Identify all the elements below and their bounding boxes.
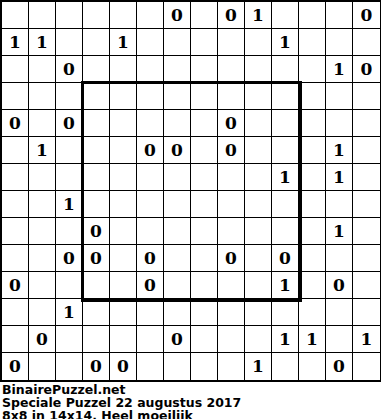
cell-r12c9[interactable] bbox=[245, 326, 272, 353]
cell-r10c4[interactable] bbox=[110, 272, 137, 299]
cell-r6c11[interactable] bbox=[299, 164, 326, 191]
cell-r11c9[interactable] bbox=[245, 299, 272, 326]
cell-r2c11[interactable] bbox=[299, 56, 326, 83]
cell-r2c12: 1 bbox=[326, 56, 353, 83]
cell-r0c6: 0 bbox=[164, 2, 191, 29]
cell-r4c12[interactable] bbox=[326, 110, 353, 137]
cell-r4c4[interactable] bbox=[110, 110, 137, 137]
cell-r11c3[interactable] bbox=[83, 299, 110, 326]
cell-r9c13[interactable] bbox=[353, 245, 380, 272]
cell-r9c10: 0 bbox=[272, 245, 299, 272]
cell-r5c3[interactable] bbox=[83, 137, 110, 164]
cell-r1c13[interactable] bbox=[353, 29, 380, 56]
cell-r12c6: 0 bbox=[164, 326, 191, 353]
cell-r1c3[interactable] bbox=[83, 29, 110, 56]
cell-r0c13: 0 bbox=[353, 2, 380, 29]
cell-r7c12[interactable] bbox=[326, 191, 353, 218]
cell-r13c3: 0 bbox=[83, 353, 110, 380]
cell-r10c8[interactable] bbox=[218, 272, 245, 299]
cell-r9c1[interactable] bbox=[29, 245, 56, 272]
cell-r13c10[interactable] bbox=[272, 353, 299, 380]
cell-r13c12: 0 bbox=[326, 353, 353, 380]
cell-r10c1[interactable] bbox=[29, 272, 56, 299]
cell-r5c13[interactable] bbox=[353, 137, 380, 164]
cell-r11c10[interactable] bbox=[272, 299, 299, 326]
cell-r3c12[interactable] bbox=[326, 83, 353, 110]
cell-r10c2[interactable] bbox=[56, 272, 83, 299]
cell-r12c0[interactable] bbox=[2, 326, 29, 353]
cell-r13c0: 0 bbox=[2, 353, 29, 380]
cell-r8c2[interactable] bbox=[56, 218, 83, 245]
cell-r11c7[interactable] bbox=[191, 299, 218, 326]
cell-r7c3[interactable] bbox=[83, 191, 110, 218]
cell-r11c8[interactable] bbox=[218, 299, 245, 326]
cell-r5c2[interactable] bbox=[56, 137, 83, 164]
cell-r4c13[interactable] bbox=[353, 110, 380, 137]
cell-r0c5[interactable] bbox=[137, 2, 164, 29]
puzzle-subtitle: 8x8 in 14x14, Heel moeilijk bbox=[2, 409, 381, 419]
cell-r12c3[interactable] bbox=[83, 326, 110, 353]
cell-r2c6[interactable] bbox=[164, 56, 191, 83]
cell-r8c9[interactable] bbox=[245, 218, 272, 245]
cell-r10c3[interactable] bbox=[83, 272, 110, 299]
cell-r9c12[interactable] bbox=[326, 245, 353, 272]
cell-r12c4[interactable] bbox=[110, 326, 137, 353]
page: 0010111101000010001111010000000101001110… bbox=[0, 0, 381, 419]
cell-r6c1[interactable] bbox=[29, 164, 56, 191]
cell-r0c0[interactable] bbox=[2, 2, 29, 29]
cell-r7c7[interactable] bbox=[191, 191, 218, 218]
cell-r1c2[interactable] bbox=[56, 29, 83, 56]
cell-r10c6[interactable] bbox=[164, 272, 191, 299]
cell-r7c5[interactable] bbox=[137, 191, 164, 218]
cell-r6c8[interactable] bbox=[218, 164, 245, 191]
cell-r5c11[interactable] bbox=[299, 137, 326, 164]
cell-r8c7[interactable] bbox=[191, 218, 218, 245]
cell-r2c5[interactable] bbox=[137, 56, 164, 83]
cell-r9c7[interactable] bbox=[191, 245, 218, 272]
cell-r1c0: 1 bbox=[2, 29, 29, 56]
cell-r9c2: 0 bbox=[56, 245, 83, 272]
cell-r8c8[interactable] bbox=[218, 218, 245, 245]
cell-r0c8: 0 bbox=[218, 2, 245, 29]
cell-r7c0[interactable] bbox=[2, 191, 29, 218]
cell-r6c9[interactable] bbox=[245, 164, 272, 191]
cell-r7c6[interactable] bbox=[164, 191, 191, 218]
cell-r10c7[interactable] bbox=[191, 272, 218, 299]
cell-r9c6[interactable] bbox=[164, 245, 191, 272]
cell-r11c0[interactable] bbox=[2, 299, 29, 326]
cell-r2c7[interactable] bbox=[191, 56, 218, 83]
cell-r3c5[interactable] bbox=[137, 83, 164, 110]
cell-r4c2: 0 bbox=[56, 110, 83, 137]
cell-r8c4[interactable] bbox=[110, 218, 137, 245]
cell-r4c7[interactable] bbox=[191, 110, 218, 137]
cell-r0c1[interactable] bbox=[29, 2, 56, 29]
cell-r5c1: 1 bbox=[29, 137, 56, 164]
cell-r9c0[interactable] bbox=[2, 245, 29, 272]
cell-r8c3: 0 bbox=[83, 218, 110, 245]
puzzle-grid: 0010111101000010001111010000000101001110… bbox=[0, 0, 381, 382]
cell-r10c12: 0 bbox=[326, 272, 353, 299]
cell-r0c3[interactable] bbox=[83, 2, 110, 29]
cell-r3c7[interactable] bbox=[191, 83, 218, 110]
cell-r8c13[interactable] bbox=[353, 218, 380, 245]
cell-r7c4[interactable] bbox=[110, 191, 137, 218]
cell-r6c4[interactable] bbox=[110, 164, 137, 191]
cell-r9c11[interactable] bbox=[299, 245, 326, 272]
cell-r5c7[interactable] bbox=[191, 137, 218, 164]
cell-r13c4: 0 bbox=[110, 353, 137, 380]
cell-r2c4[interactable] bbox=[110, 56, 137, 83]
cell-r13c8[interactable] bbox=[218, 353, 245, 380]
cell-r13c2[interactable] bbox=[56, 353, 83, 380]
cell-r6c5[interactable] bbox=[137, 164, 164, 191]
cell-r2c9[interactable] bbox=[245, 56, 272, 83]
cell-r0c4[interactable] bbox=[110, 2, 137, 29]
cell-r8c10[interactable] bbox=[272, 218, 299, 245]
cell-r4c8: 0 bbox=[218, 110, 245, 137]
cell-r2c3[interactable] bbox=[83, 56, 110, 83]
cell-r12c11: 1 bbox=[299, 326, 326, 353]
cell-r8c11[interactable] bbox=[299, 218, 326, 245]
cell-r7c13[interactable] bbox=[353, 191, 380, 218]
cell-r10c0: 0 bbox=[2, 272, 29, 299]
cell-r9c9[interactable] bbox=[245, 245, 272, 272]
cell-r4c6[interactable] bbox=[164, 110, 191, 137]
cell-r1c12[interactable] bbox=[326, 29, 353, 56]
cell-r12c2[interactable] bbox=[56, 326, 83, 353]
cell-r13c11[interactable] bbox=[299, 353, 326, 380]
cell-r3c2[interactable] bbox=[56, 83, 83, 110]
cell-r6c0[interactable] bbox=[2, 164, 29, 191]
cell-r5c9[interactable] bbox=[245, 137, 272, 164]
cell-r13c6[interactable] bbox=[164, 353, 191, 380]
cell-r0c12[interactable] bbox=[326, 2, 353, 29]
cell-r6c13[interactable] bbox=[353, 164, 380, 191]
cell-r7c8[interactable] bbox=[218, 191, 245, 218]
cell-r0c7[interactable] bbox=[191, 2, 218, 29]
cell-r6c6[interactable] bbox=[164, 164, 191, 191]
cell-r7c10[interactable] bbox=[272, 191, 299, 218]
cell-r13c9: 1 bbox=[245, 353, 272, 380]
cell-r7c1[interactable] bbox=[29, 191, 56, 218]
cell-r13c5[interactable] bbox=[137, 353, 164, 380]
cell-r8c6[interactable] bbox=[164, 218, 191, 245]
cell-r2c8[interactable] bbox=[218, 56, 245, 83]
cell-r12c13: 1 bbox=[353, 326, 380, 353]
cell-r1c1: 1 bbox=[29, 29, 56, 56]
cell-r11c11[interactable] bbox=[299, 299, 326, 326]
cell-r2c0[interactable] bbox=[2, 56, 29, 83]
cell-r10c11[interactable] bbox=[299, 272, 326, 299]
cell-r6c2[interactable] bbox=[56, 164, 83, 191]
cell-r1c10: 1 bbox=[272, 29, 299, 56]
cell-r3c4[interactable] bbox=[110, 83, 137, 110]
cell-r7c9[interactable] bbox=[245, 191, 272, 218]
cell-r6c3[interactable] bbox=[83, 164, 110, 191]
cell-r3c11[interactable] bbox=[299, 83, 326, 110]
cell-r6c10: 1 bbox=[272, 164, 299, 191]
cell-r6c7[interactable] bbox=[191, 164, 218, 191]
cell-r0c9: 1 bbox=[245, 2, 272, 29]
cell-r1c6[interactable] bbox=[164, 29, 191, 56]
cell-r3c10[interactable] bbox=[272, 83, 299, 110]
cell-r12c12[interactable] bbox=[326, 326, 353, 353]
cell-r10c10: 1 bbox=[272, 272, 299, 299]
cell-r13c7[interactable] bbox=[191, 353, 218, 380]
cell-r11c6[interactable] bbox=[164, 299, 191, 326]
cell-r6c12: 1 bbox=[326, 164, 353, 191]
cell-r4c1[interactable] bbox=[29, 110, 56, 137]
cell-r4c5[interactable] bbox=[137, 110, 164, 137]
cell-r1c4: 1 bbox=[110, 29, 137, 56]
cell-r3c13[interactable] bbox=[353, 83, 380, 110]
cell-r3c9[interactable] bbox=[245, 83, 272, 110]
cell-r5c8: 0 bbox=[218, 137, 245, 164]
cell-r4c0: 0 bbox=[2, 110, 29, 137]
cell-r3c3[interactable] bbox=[83, 83, 110, 110]
cell-r1c5[interactable] bbox=[137, 29, 164, 56]
cell-r11c12[interactable] bbox=[326, 299, 353, 326]
cell-r2c13: 0 bbox=[353, 56, 380, 83]
cell-r11c1[interactable] bbox=[29, 299, 56, 326]
cell-r5c4[interactable] bbox=[110, 137, 137, 164]
cell-r8c12: 1 bbox=[326, 218, 353, 245]
cell-r5c12: 1 bbox=[326, 137, 353, 164]
cell-r11c4[interactable] bbox=[110, 299, 137, 326]
cell-r4c11[interactable] bbox=[299, 110, 326, 137]
cell-r8c5[interactable] bbox=[137, 218, 164, 245]
cell-r1c7[interactable] bbox=[191, 29, 218, 56]
cell-r2c2: 0 bbox=[56, 56, 83, 83]
cell-r0c2[interactable] bbox=[56, 2, 83, 29]
cell-r2c10[interactable] bbox=[272, 56, 299, 83]
cell-r5c5: 0 bbox=[137, 137, 164, 164]
footer: BinairePuzzel.net Speciale Puzzel 22 aug… bbox=[0, 383, 381, 419]
cell-r4c9[interactable] bbox=[245, 110, 272, 137]
cell-r5c6: 0 bbox=[164, 137, 191, 164]
cell-r4c3[interactable] bbox=[83, 110, 110, 137]
cell-r0c11[interactable] bbox=[299, 2, 326, 29]
cell-r3c6[interactable] bbox=[164, 83, 191, 110]
cell-r12c10: 1 bbox=[272, 326, 299, 353]
cell-r10c5: 0 bbox=[137, 272, 164, 299]
cell-r9c8: 0 bbox=[218, 245, 245, 272]
cell-r5c10[interactable] bbox=[272, 137, 299, 164]
cell-r12c5[interactable] bbox=[137, 326, 164, 353]
cell-r1c8[interactable] bbox=[218, 29, 245, 56]
cell-r8c0[interactable] bbox=[2, 218, 29, 245]
cell-r1c9[interactable] bbox=[245, 29, 272, 56]
cell-r12c7[interactable] bbox=[191, 326, 218, 353]
cell-r9c5: 0 bbox=[137, 245, 164, 272]
cell-r3c0[interactable] bbox=[2, 83, 29, 110]
cell-r11c5[interactable] bbox=[137, 299, 164, 326]
cell-r10c13[interactable] bbox=[353, 272, 380, 299]
cell-r9c3: 0 bbox=[83, 245, 110, 272]
cell-r7c11[interactable] bbox=[299, 191, 326, 218]
cell-r0c10[interactable] bbox=[272, 2, 299, 29]
cell-r13c1[interactable] bbox=[29, 353, 56, 380]
cell-r1c11[interactable] bbox=[299, 29, 326, 56]
cell-r13c13[interactable] bbox=[353, 353, 380, 380]
cell-r3c1[interactable] bbox=[29, 83, 56, 110]
cell-r11c2: 1 bbox=[56, 299, 83, 326]
cell-r11c13[interactable] bbox=[353, 299, 380, 326]
cell-r10c9[interactable] bbox=[245, 272, 272, 299]
cell-r8c1[interactable] bbox=[29, 218, 56, 245]
cell-r5c0[interactable] bbox=[2, 137, 29, 164]
cell-r12c8[interactable] bbox=[218, 326, 245, 353]
cell-r3c8[interactable] bbox=[218, 83, 245, 110]
cell-r2c1[interactable] bbox=[29, 56, 56, 83]
cell-r9c4[interactable] bbox=[110, 245, 137, 272]
cell-r4c10[interactable] bbox=[272, 110, 299, 137]
cell-r7c2: 1 bbox=[56, 191, 83, 218]
cell-r12c1: 0 bbox=[29, 326, 56, 353]
